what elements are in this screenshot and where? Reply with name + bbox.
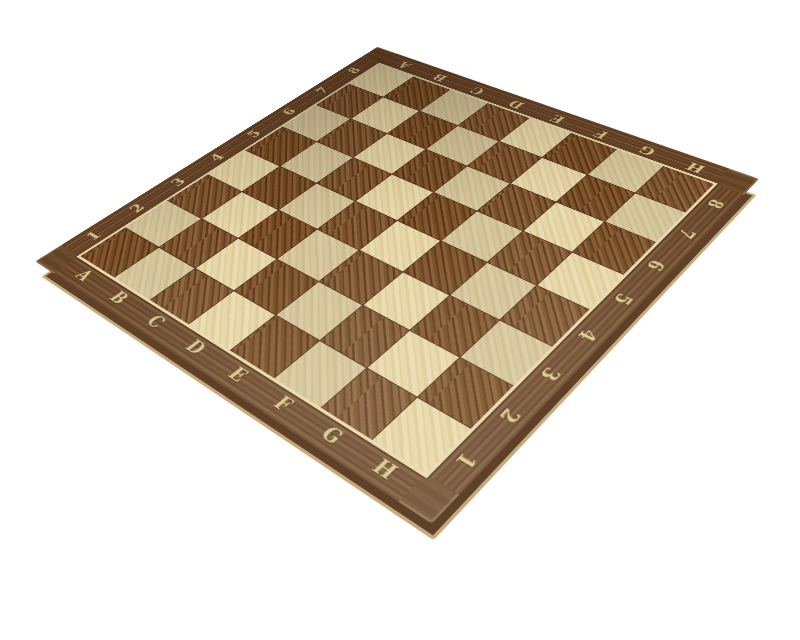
playing-area	[80, 64, 713, 473]
chess-board: ABCDEFGH ABCDEFGH 87654321 87654321	[38, 54, 757, 532]
product-photo-stage: ABCDEFGH ABCDEFGH 87654321 87654321	[0, 0, 800, 640]
board-top-surface: ABCDEFGH ABCDEFGH 87654321 87654321	[35, 47, 759, 524]
board-scene: ABCDEFGH ABCDEFGH 87654321 87654321	[0, 0, 800, 640]
